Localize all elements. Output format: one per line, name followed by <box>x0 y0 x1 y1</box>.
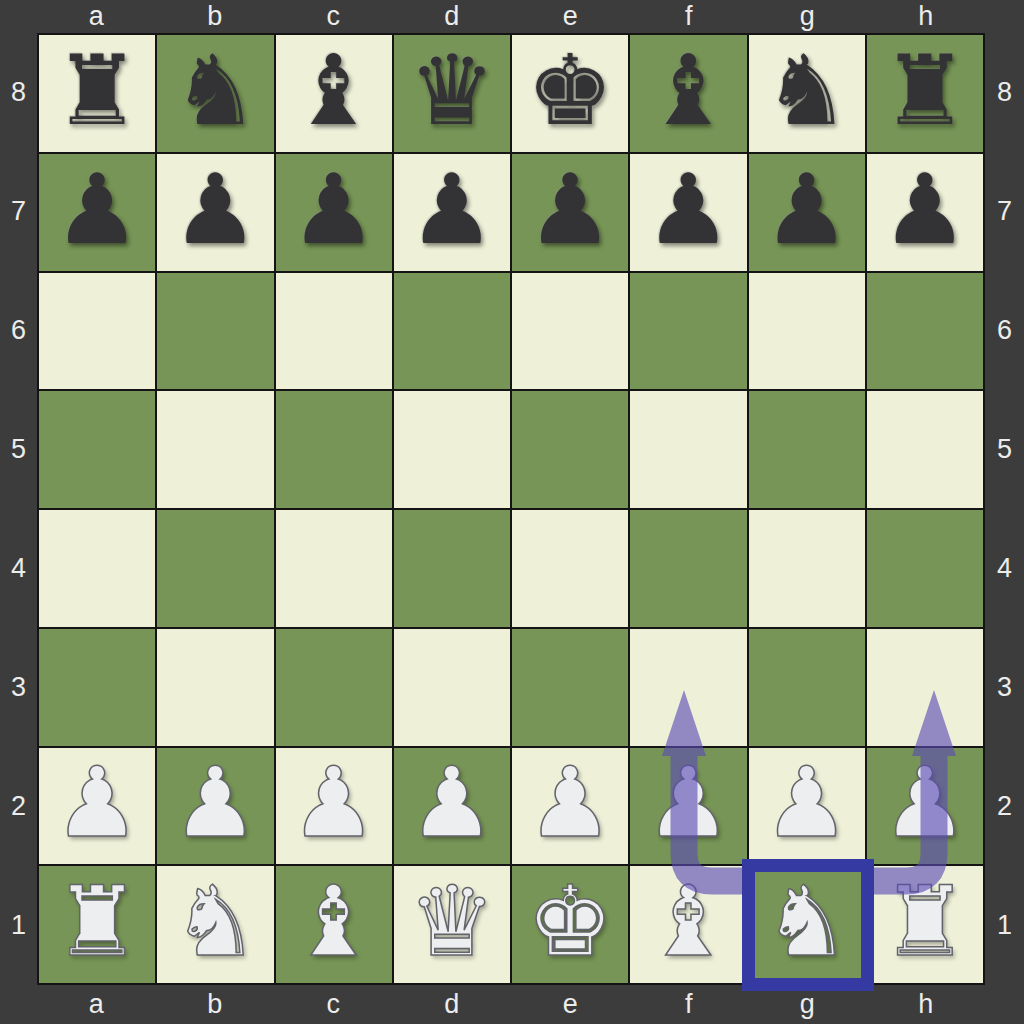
piece-black-king[interactable]: ♚ <box>527 42 614 139</box>
piece-white-pawn[interactable]: ♟ <box>763 754 850 851</box>
square-e4[interactable] <box>512 510 628 627</box>
square-e5[interactable] <box>512 391 628 508</box>
piece-black-knight[interactable]: ♞ <box>763 42 850 139</box>
piece-black-pawn[interactable]: ♟ <box>763 161 850 258</box>
file-label-b: b <box>156 0 275 33</box>
rank-label-8: 8 <box>0 33 37 152</box>
file-label-a: a <box>37 985 156 1024</box>
square-a8[interactable]: ♜ <box>39 35 155 152</box>
file-label-e: e <box>511 985 630 1024</box>
rank-label-4: 4 <box>0 509 37 628</box>
highlight-square-g1 <box>742 859 874 991</box>
piece-white-rook[interactable]: ♜ <box>881 873 968 970</box>
piece-white-bishop[interactable]: ♝ <box>290 873 377 970</box>
square-h8[interactable]: ♜ <box>867 35 983 152</box>
piece-black-bishop[interactable]: ♝ <box>290 42 377 139</box>
piece-black-pawn[interactable]: ♟ <box>408 161 495 258</box>
file-label-b: b <box>156 985 275 1024</box>
square-c7[interactable]: ♟ <box>276 154 392 271</box>
chess-board[interactable]: ♜♞♝♛♚♝♞♜♟♟♟♟♟♟♟♟♟♟♟♟♟♟♟♟♜♞♝♛♚♝♞♜ <box>37 33 985 985</box>
square-h6[interactable] <box>867 273 983 390</box>
square-d1[interactable]: ♛ <box>394 866 510 983</box>
square-c3[interactable] <box>276 629 392 746</box>
square-f8[interactable]: ♝ <box>630 35 746 152</box>
rank-label-6: 6 <box>0 271 37 390</box>
square-d5[interactable] <box>394 391 510 508</box>
piece-white-queen[interactable]: ♛ <box>408 873 495 970</box>
piece-white-pawn[interactable]: ♟ <box>54 754 141 851</box>
square-c6[interactable] <box>276 273 392 390</box>
square-a4[interactable] <box>39 510 155 627</box>
square-a6[interactable] <box>39 273 155 390</box>
square-b8[interactable]: ♞ <box>157 35 273 152</box>
rank-labels-left: 87654321 <box>0 33 37 985</box>
square-d6[interactable] <box>394 273 510 390</box>
square-g2[interactable]: ♟ <box>749 748 865 865</box>
piece-black-pawn[interactable]: ♟ <box>172 161 259 258</box>
square-d7[interactable]: ♟ <box>394 154 510 271</box>
square-a1[interactable]: ♜ <box>39 866 155 983</box>
square-b6[interactable] <box>157 273 273 390</box>
square-b3[interactable] <box>157 629 273 746</box>
square-e8[interactable]: ♚ <box>512 35 628 152</box>
square-d4[interactable] <box>394 510 510 627</box>
piece-black-pawn[interactable]: ♟ <box>881 161 968 258</box>
rank-label-5: 5 <box>985 390 1024 509</box>
square-a2[interactable]: ♟ <box>39 748 155 865</box>
file-label-c: c <box>274 0 393 33</box>
square-g3[interactable] <box>749 629 865 746</box>
square-d2[interactable]: ♟ <box>394 748 510 865</box>
piece-black-rook[interactable]: ♜ <box>881 42 968 139</box>
square-e2[interactable]: ♟ <box>512 748 628 865</box>
square-e6[interactable] <box>512 273 628 390</box>
rank-label-3: 3 <box>985 628 1024 747</box>
square-b4[interactable] <box>157 510 273 627</box>
piece-white-pawn[interactable]: ♟ <box>645 754 732 851</box>
piece-white-pawn[interactable]: ♟ <box>881 754 968 851</box>
rank-label-1: 1 <box>985 866 1024 985</box>
file-labels-top: abcdefgh <box>37 0 985 33</box>
piece-white-pawn[interactable]: ♟ <box>408 754 495 851</box>
rank-label-5: 5 <box>0 390 37 509</box>
piece-black-knight[interactable]: ♞ <box>172 42 259 139</box>
square-f6[interactable] <box>630 273 746 390</box>
file-label-f: f <box>630 985 749 1024</box>
piece-white-rook[interactable]: ♜ <box>54 873 141 970</box>
piece-white-king[interactable]: ♚ <box>527 873 614 970</box>
rank-label-1: 1 <box>0 866 37 985</box>
square-h2[interactable]: ♟ <box>867 748 983 865</box>
file-label-e: e <box>511 0 630 33</box>
square-b5[interactable] <box>157 391 273 508</box>
rank-label-8: 8 <box>985 33 1024 152</box>
rank-label-6: 6 <box>985 271 1024 390</box>
rank-label-7: 7 <box>0 152 37 271</box>
square-g6[interactable] <box>749 273 865 390</box>
square-f5[interactable] <box>630 391 746 508</box>
piece-white-pawn[interactable]: ♟ <box>172 754 259 851</box>
square-c5[interactable] <box>276 391 392 508</box>
square-e3[interactable] <box>512 629 628 746</box>
square-a7[interactable]: ♟ <box>39 154 155 271</box>
piece-white-pawn[interactable]: ♟ <box>290 754 377 851</box>
square-g8[interactable]: ♞ <box>749 35 865 152</box>
rank-label-4: 4 <box>985 509 1024 628</box>
piece-white-pawn[interactable]: ♟ <box>527 754 614 851</box>
square-g4[interactable] <box>749 510 865 627</box>
square-f2[interactable]: ♟ <box>630 748 746 865</box>
file-label-g: g <box>748 0 867 33</box>
file-label-d: d <box>393 0 512 33</box>
rank-label-2: 2 <box>985 747 1024 866</box>
board-frame: abcdefgh abcdefgh 87654321 87654321 ♜♞♝♛… <box>0 0 1024 1024</box>
piece-black-pawn[interactable]: ♟ <box>645 161 732 258</box>
rank-label-7: 7 <box>985 152 1024 271</box>
square-d3[interactable] <box>394 629 510 746</box>
piece-black-pawn[interactable]: ♟ <box>54 161 141 258</box>
file-label-a: a <box>37 0 156 33</box>
piece-black-rook[interactable]: ♜ <box>54 42 141 139</box>
square-f7[interactable]: ♟ <box>630 154 746 271</box>
file-label-d: d <box>393 985 512 1024</box>
rank-label-2: 2 <box>0 747 37 866</box>
square-b2[interactable]: ♟ <box>157 748 273 865</box>
square-g5[interactable] <box>749 391 865 508</box>
square-e7[interactable]: ♟ <box>512 154 628 271</box>
square-c4[interactable] <box>276 510 392 627</box>
square-h1[interactable]: ♜ <box>867 866 983 983</box>
square-h5[interactable] <box>867 391 983 508</box>
square-h4[interactable] <box>867 510 983 627</box>
file-label-h: h <box>867 0 986 33</box>
square-b7[interactable]: ♟ <box>157 154 273 271</box>
square-a5[interactable] <box>39 391 155 508</box>
piece-black-pawn[interactable]: ♟ <box>527 161 614 258</box>
file-label-f: f <box>630 0 749 33</box>
square-e1[interactable]: ♚ <box>512 866 628 983</box>
square-c2[interactable]: ♟ <box>276 748 392 865</box>
piece-white-knight[interactable]: ♞ <box>172 873 259 970</box>
piece-black-queen[interactable]: ♛ <box>408 42 495 139</box>
square-h3[interactable] <box>867 629 983 746</box>
square-c1[interactable]: ♝ <box>276 866 392 983</box>
rank-labels-right: 87654321 <box>985 33 1024 985</box>
square-f3[interactable] <box>630 629 746 746</box>
square-f4[interactable] <box>630 510 746 627</box>
file-label-h: h <box>867 985 986 1024</box>
square-h7[interactable]: ♟ <box>867 154 983 271</box>
piece-black-bishop[interactable]: ♝ <box>645 42 732 139</box>
square-a3[interactable] <box>39 629 155 746</box>
rank-label-3: 3 <box>0 628 37 747</box>
piece-black-pawn[interactable]: ♟ <box>290 161 377 258</box>
square-b1[interactable]: ♞ <box>157 866 273 983</box>
piece-white-bishop[interactable]: ♝ <box>645 873 732 970</box>
square-g7[interactable]: ♟ <box>749 154 865 271</box>
file-label-c: c <box>274 985 393 1024</box>
square-c8[interactable]: ♝ <box>276 35 392 152</box>
square-f1[interactable]: ♝ <box>630 866 746 983</box>
square-d8[interactable]: ♛ <box>394 35 510 152</box>
